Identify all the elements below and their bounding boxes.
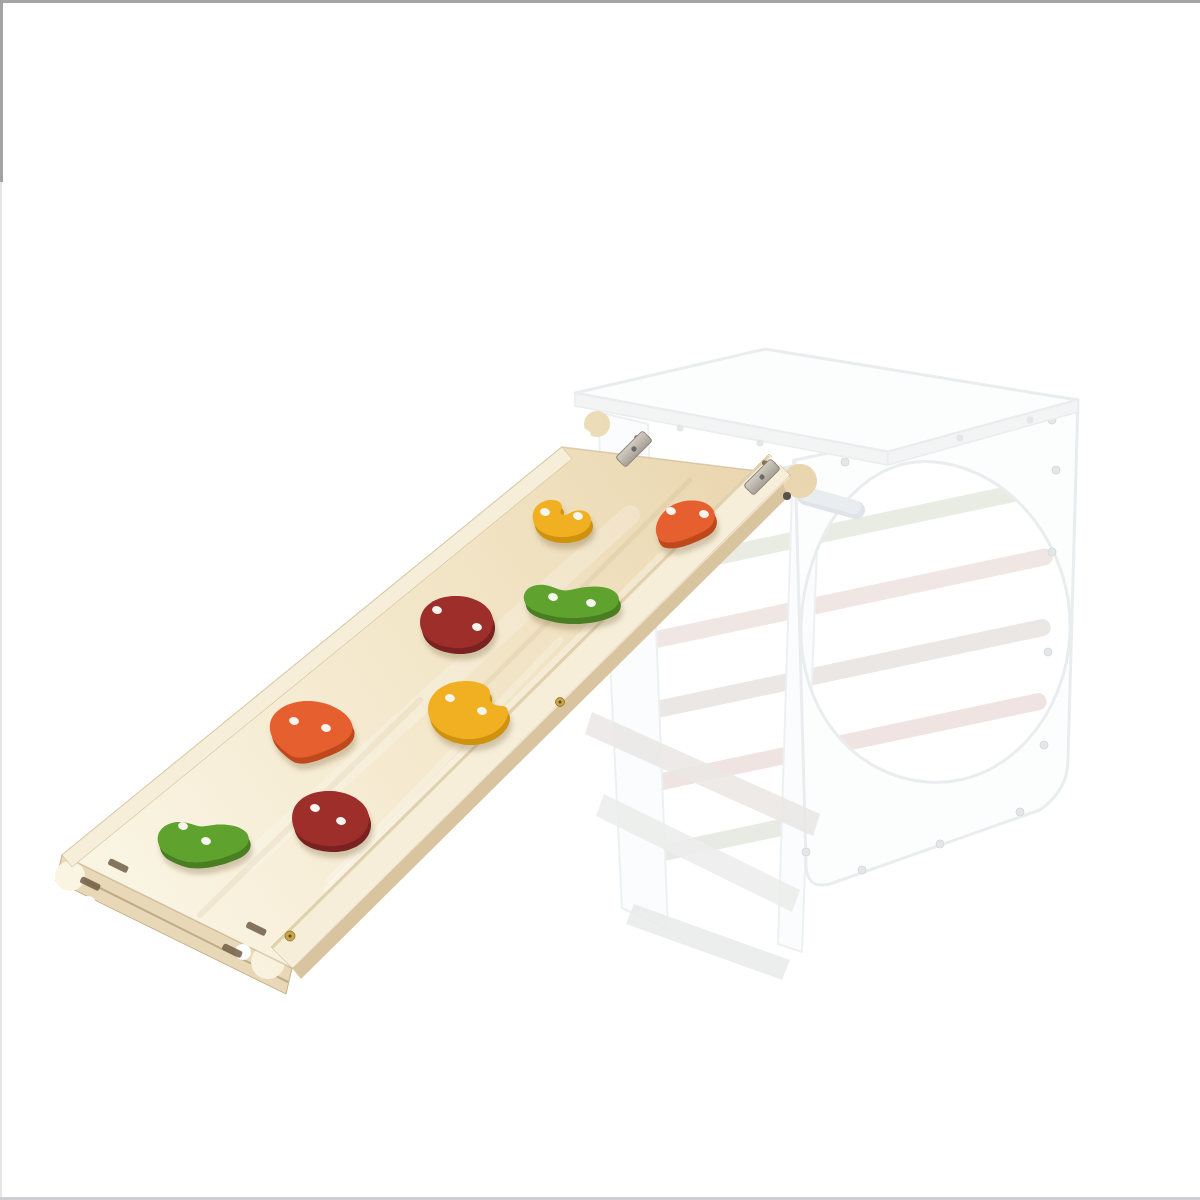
screw-icon (1052, 466, 1060, 474)
ramp-foot-bottom-left (55, 861, 85, 891)
screw-icon (1027, 417, 1034, 424)
screw-dark-icon (783, 492, 791, 500)
screw-icon (841, 458, 849, 466)
product-photo-stage (0, 0, 1200, 1200)
screw-icon (957, 435, 964, 442)
cube-bottom-rail (626, 904, 790, 980)
activity-cube (575, 349, 1078, 980)
notch-bottom-left (80, 896, 96, 912)
hold-body (420, 596, 493, 648)
screw-icon (858, 866, 866, 874)
screw-gold-center (559, 701, 562, 704)
screw-gold-center (288, 934, 291, 937)
screw-icon (1044, 648, 1052, 656)
screw-icon (802, 848, 810, 856)
product-photo (0, 0, 1200, 1200)
screw-icon (1048, 548, 1056, 556)
climbing-hold-red-1 (420, 596, 495, 654)
screw-icon (677, 425, 684, 432)
screw-icon (757, 440, 764, 447)
screw-icon (1040, 741, 1048, 749)
notch-top-left (577, 429, 591, 443)
screw-icon (1016, 808, 1024, 816)
screw-icon (936, 840, 944, 848)
